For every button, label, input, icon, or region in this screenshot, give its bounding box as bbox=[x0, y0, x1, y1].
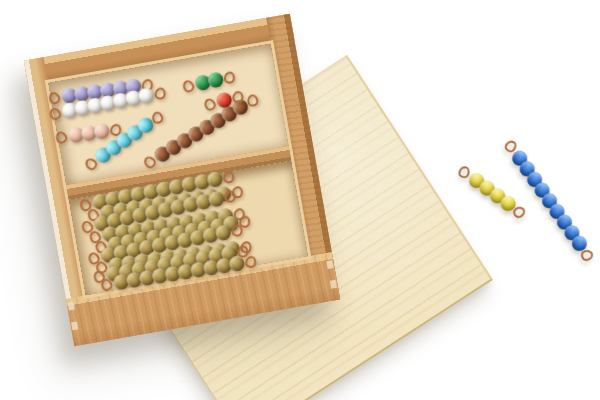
bars-layer bbox=[24, 14, 340, 346]
wire-hook bbox=[180, 78, 196, 94]
wire-hook bbox=[202, 96, 218, 112]
wire-hook bbox=[231, 224, 243, 237]
wire-hook bbox=[46, 90, 62, 106]
wire-hook bbox=[223, 170, 235, 183]
wire-hook bbox=[580, 248, 595, 262]
bead bbox=[93, 123, 110, 140]
bead-box bbox=[24, 14, 340, 346]
wire-hook bbox=[154, 87, 166, 100]
wire-hook bbox=[224, 190, 236, 203]
wire-hook bbox=[244, 255, 256, 268]
wire-hook bbox=[53, 129, 69, 145]
scene bbox=[0, 0, 600, 400]
wire-hook bbox=[99, 276, 115, 292]
wire-hook bbox=[223, 71, 235, 84]
bead-bar-4-yellow bbox=[456, 162, 529, 221]
wire-hook bbox=[232, 90, 243, 102]
bead bbox=[228, 255, 245, 272]
wire-hook bbox=[47, 105, 63, 121]
